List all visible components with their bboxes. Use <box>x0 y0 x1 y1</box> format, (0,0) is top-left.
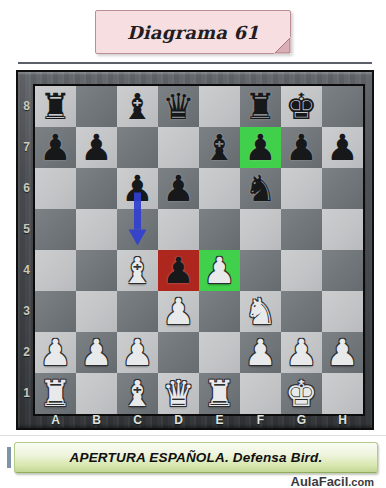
rank-label-6: 6 <box>18 168 35 209</box>
file-label-d: D <box>158 414 199 427</box>
square-e3 <box>199 291 240 332</box>
square-c1: ♝ <box>117 373 158 414</box>
square-h5 <box>322 209 363 250</box>
square-f1 <box>240 373 281 414</box>
square-d3: ♟ <box>158 291 199 332</box>
file-label-a: A <box>35 414 76 427</box>
piece-black-pawn: ♟ <box>162 168 194 209</box>
square-d6: ♟ <box>158 168 199 209</box>
piece-white-pawn: ♟ <box>244 332 276 373</box>
square-f8: ♜ <box>240 86 281 127</box>
piece-white-pawn: ♟ <box>203 250 235 291</box>
square-b7: ♟ <box>76 127 117 168</box>
piece-black-pawn: ♟ <box>244 127 276 168</box>
square-a7: ♟ <box>35 127 76 168</box>
square-e2 <box>199 332 240 373</box>
square-f5 <box>240 209 281 250</box>
rank-label-4: 4 <box>18 250 35 291</box>
file-label-e: E <box>199 414 240 427</box>
piece-white-knight: ♞ <box>244 291 276 332</box>
square-a1: ♜ <box>35 373 76 414</box>
note-fold-corner <box>274 37 291 54</box>
file-label-c: C <box>117 414 158 427</box>
file-label-f: F <box>240 414 281 427</box>
piece-white-rook: ♜ <box>203 373 235 414</box>
piece-black-pawn: ♟ <box>285 127 317 168</box>
file-label-h: H <box>322 414 363 427</box>
diagram-title: Diagrama 61 <box>127 22 259 43</box>
rank-label-2: 2 <box>18 332 35 373</box>
piece-white-pawn: ♟ <box>162 291 194 332</box>
square-g3 <box>281 291 322 332</box>
caption-bar: APERTURA ESPAÑOLA. Defensa Bird. <box>14 442 378 473</box>
text-cursor-bar <box>7 447 11 468</box>
square-b3 <box>76 291 117 332</box>
square-g5 <box>281 209 322 250</box>
square-e1: ♜ <box>199 373 240 414</box>
square-a3 <box>35 291 76 332</box>
square-e6 <box>199 168 240 209</box>
piece-white-pawn: ♟ <box>285 332 317 373</box>
piece-black-queen: ♛ <box>162 86 194 127</box>
watermark-name: AulaFacil <box>291 474 349 488</box>
square-c3 <box>117 291 158 332</box>
image-bottom-edge <box>0 435 386 436</box>
file-label-g: G <box>281 414 322 427</box>
rank-label-1: 1 <box>18 373 35 414</box>
square-f4 <box>240 250 281 291</box>
square-h2: ♟ <box>322 332 363 373</box>
square-e8 <box>199 86 240 127</box>
square-g2: ♟ <box>281 332 322 373</box>
piece-black-pawn: ♟ <box>80 127 112 168</box>
square-c4: ♝ <box>117 250 158 291</box>
square-h6 <box>322 168 363 209</box>
piece-white-bishop: ♝ <box>121 373 153 414</box>
piece-white-bishop: ♝ <box>121 250 153 291</box>
rank-label-5: 5 <box>18 209 35 250</box>
page: Diagrama 61 ♜♝♛♜♚♟♟♝♟♟♟♟♟♞♝♟♟♟♞♟♟♟♟♟♟♜♝♛… <box>0 0 386 488</box>
square-b5 <box>76 209 117 250</box>
piece-white-pawn: ♟ <box>326 332 358 373</box>
piece-white-queen: ♛ <box>162 373 194 414</box>
square-h1 <box>322 373 363 414</box>
square-c2: ♟ <box>117 332 158 373</box>
square-b4 <box>76 250 117 291</box>
chess-board: ♜♝♛♜♚♟♟♝♟♟♟♟♟♞♝♟♟♟♞♟♟♟♟♟♟♜♝♛♜♚ <box>35 86 363 414</box>
piece-black-knight: ♞ <box>244 168 276 209</box>
square-c8: ♝ <box>117 86 158 127</box>
square-g8: ♚ <box>281 86 322 127</box>
square-a6 <box>35 168 76 209</box>
rank-label-7: 7 <box>18 127 35 168</box>
piece-black-rook: ♜ <box>244 86 276 127</box>
square-h4 <box>322 250 363 291</box>
square-e7: ♝ <box>199 127 240 168</box>
piece-black-pawn: ♟ <box>326 127 358 168</box>
square-f3: ♞ <box>240 291 281 332</box>
diagram-note: Diagrama 61 <box>95 10 291 54</box>
square-c7 <box>117 127 158 168</box>
square-d4: ♟ <box>158 250 199 291</box>
square-c5 <box>117 209 158 250</box>
square-f7: ♟ <box>240 127 281 168</box>
header-divider <box>18 62 372 64</box>
square-h3 <box>322 291 363 332</box>
piece-white-pawn: ♟ <box>80 332 112 373</box>
piece-black-pawn: ♟ <box>162 250 194 291</box>
square-g7: ♟ <box>281 127 322 168</box>
square-f2: ♟ <box>240 332 281 373</box>
piece-black-pawn: ♟ <box>121 168 153 209</box>
watermark: AulaFacil.com <box>291 472 374 488</box>
square-a4 <box>35 250 76 291</box>
square-d7 <box>158 127 199 168</box>
square-g4 <box>281 250 322 291</box>
piece-black-king: ♚ <box>285 86 317 127</box>
square-e4: ♟ <box>199 250 240 291</box>
square-c6: ♟ <box>117 168 158 209</box>
rank-label-8: 8 <box>18 86 35 127</box>
square-b2: ♟ <box>76 332 117 373</box>
piece-white-pawn: ♟ <box>39 332 71 373</box>
piece-white-rook: ♜ <box>39 373 71 414</box>
square-d1: ♛ <box>158 373 199 414</box>
piece-black-rook: ♜ <box>39 86 71 127</box>
square-g1: ♚ <box>281 373 322 414</box>
square-d5 <box>158 209 199 250</box>
square-a8: ♜ <box>35 86 76 127</box>
chess-board-frame: ♜♝♛♜♚♟♟♝♟♟♟♟♟♞♝♟♟♟♞♟♟♟♟♟♟♜♝♛♜♚ 87654321 … <box>16 70 374 430</box>
rank-label-3: 3 <box>18 291 35 332</box>
piece-black-bishop: ♝ <box>203 127 235 168</box>
piece-white-king: ♚ <box>285 373 317 414</box>
watermark-tld: .com <box>348 476 374 488</box>
square-g6 <box>281 168 322 209</box>
square-f6: ♞ <box>240 168 281 209</box>
square-a5 <box>35 209 76 250</box>
square-d8: ♛ <box>158 86 199 127</box>
square-e5 <box>199 209 240 250</box>
square-b1 <box>76 373 117 414</box>
opening-caption: APERTURA ESPAÑOLA. Defensa Bird. <box>70 450 323 465</box>
square-b6 <box>76 168 117 209</box>
piece-black-pawn: ♟ <box>39 127 71 168</box>
piece-black-bishop: ♝ <box>121 86 153 127</box>
file-label-b: B <box>76 414 117 427</box>
square-a2: ♟ <box>35 332 76 373</box>
square-h8 <box>322 86 363 127</box>
piece-white-pawn: ♟ <box>121 332 153 373</box>
square-h7: ♟ <box>322 127 363 168</box>
square-b8 <box>76 86 117 127</box>
square-d2 <box>158 332 199 373</box>
